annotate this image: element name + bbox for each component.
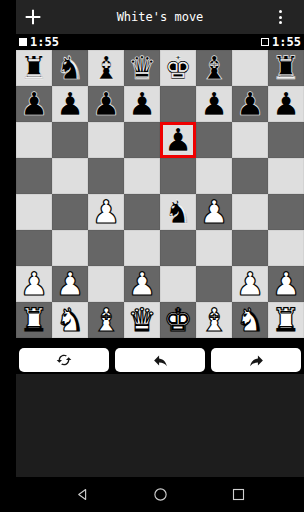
android-nav-bar (16, 477, 304, 512)
black-rook[interactable]: ♜ (20, 50, 49, 86)
square-c4[interactable]: ♟ (88, 194, 124, 230)
black-clock-indicator-icon (261, 38, 269, 46)
square-c2[interactable] (88, 266, 124, 302)
square-g8[interactable] (232, 50, 268, 86)
overflow-menu-button[interactable] (272, 0, 288, 34)
square-g1[interactable]: ♞ (232, 302, 268, 338)
white-pawn[interactable]: ♟ (92, 194, 121, 230)
square-a7[interactable]: ♟ (16, 86, 52, 122)
square-e5[interactable] (160, 158, 196, 194)
page-title: White's move (16, 10, 304, 24)
square-f8[interactable]: ♝ (196, 50, 232, 86)
square-d3[interactable] (124, 230, 160, 266)
white-pawn[interactable]: ♟ (236, 266, 265, 302)
back-icon[interactable] (75, 487, 90, 502)
white-pawn[interactable]: ♟ (200, 194, 229, 230)
square-e8[interactable]: ♚ (160, 50, 196, 86)
square-c8[interactable]: ♝ (88, 50, 124, 86)
square-f2[interactable] (196, 266, 232, 302)
black-pawn[interactable]: ♟ (20, 86, 49, 122)
move-list-panel (16, 374, 304, 477)
square-g6[interactable] (232, 122, 268, 158)
square-b3[interactable] (52, 230, 88, 266)
square-e2[interactable] (160, 266, 196, 302)
black-pawn[interactable]: ♟ (128, 86, 157, 122)
square-h4[interactable] (268, 194, 304, 230)
square-d4[interactable] (124, 194, 160, 230)
square-h7[interactable]: ♟ (268, 86, 304, 122)
square-b4[interactable] (52, 194, 88, 230)
square-a8[interactable]: ♜ (16, 50, 52, 86)
square-f7[interactable]: ♟ (196, 86, 232, 122)
white-king[interactable]: ♚ (164, 302, 193, 338)
chess-board: ♜♞♝♛♚♝♜♟♟♟♟♟♟♟♟♟♞♟♟♟♟♟♟♜♞♝♛♚♝♞♜ (16, 50, 304, 338)
square-g5[interactable] (232, 158, 268, 194)
redo-button[interactable] (211, 348, 301, 372)
square-h2[interactable]: ♟ (268, 266, 304, 302)
black-pawn[interactable]: ♟ (200, 86, 229, 122)
black-knight[interactable]: ♞ (164, 194, 193, 230)
black-pawn[interactable]: ♟ (272, 86, 301, 122)
square-c7[interactable]: ♟ (88, 86, 124, 122)
square-a5[interactable] (16, 158, 52, 194)
white-bishop[interactable]: ♝ (200, 302, 229, 338)
square-e1[interactable]: ♚ (160, 302, 196, 338)
redo-arrow-icon (248, 352, 265, 369)
square-d5[interactable] (124, 158, 160, 194)
white-pawn[interactable]: ♟ (20, 266, 49, 302)
square-c6[interactable] (88, 122, 124, 158)
black-king[interactable]: ♚ (164, 50, 193, 86)
square-c1[interactable]: ♝ (88, 302, 124, 338)
dot-icon (279, 16, 282, 19)
black-clock: 1:55 (261, 35, 301, 49)
undo-button[interactable] (115, 348, 205, 372)
sync-icon (56, 352, 72, 368)
black-pawn[interactable]: ♟ (92, 86, 121, 122)
clock-bar: 1:55 1:55 (16, 34, 304, 50)
square-h6[interactable] (268, 122, 304, 158)
white-clock: 1:55 (19, 35, 59, 49)
home-icon[interactable] (153, 487, 168, 502)
square-f1[interactable]: ♝ (196, 302, 232, 338)
square-h5[interactable] (268, 158, 304, 194)
white-rook[interactable]: ♜ (20, 302, 49, 338)
black-pawn[interactable]: ♟ (164, 122, 193, 158)
white-clock-time: 1:55 (30, 35, 59, 49)
square-d2[interactable]: ♟ (124, 266, 160, 302)
white-pawn[interactable]: ♟ (56, 266, 85, 302)
square-c3[interactable] (88, 230, 124, 266)
square-e3[interactable] (160, 230, 196, 266)
square-a3[interactable] (16, 230, 52, 266)
square-a6[interactable] (16, 122, 52, 158)
square-h8[interactable]: ♜ (268, 50, 304, 86)
square-e7[interactable] (160, 86, 196, 122)
square-e6[interactable]: ♟ (160, 122, 196, 158)
square-h3[interactable] (268, 230, 304, 266)
square-g7[interactable]: ♟ (232, 86, 268, 122)
black-clock-time: 1:55 (272, 35, 301, 49)
square-d8[interactable]: ♛ (124, 50, 160, 86)
white-bishop[interactable]: ♝ (92, 302, 121, 338)
square-g4[interactable] (232, 194, 268, 230)
controls-bar (16, 338, 304, 374)
square-b5[interactable] (52, 158, 88, 194)
white-knight[interactable]: ♞ (236, 302, 265, 338)
white-clock-indicator-icon (19, 38, 27, 46)
square-h1[interactable]: ♜ (268, 302, 304, 338)
black-pawn[interactable]: ♟ (56, 86, 85, 122)
square-a1[interactable]: ♜ (16, 302, 52, 338)
square-e4[interactable]: ♞ (160, 194, 196, 230)
square-g2[interactable]: ♟ (232, 266, 268, 302)
square-f3[interactable] (196, 230, 232, 266)
square-f5[interactable] (196, 158, 232, 194)
square-g3[interactable] (232, 230, 268, 266)
app-screen: White's move 1:55 1:55 ♜♞♝♛♚♝♜♟♟♟♟♟♟♟♟♟♞… (16, 0, 304, 512)
black-queen[interactable]: ♛ (128, 50, 157, 86)
square-f6[interactable] (196, 122, 232, 158)
undo-arrow-icon (152, 352, 169, 369)
dot-icon (279, 10, 282, 13)
square-b6[interactable] (52, 122, 88, 158)
square-b7[interactable]: ♟ (52, 86, 88, 122)
white-pawn[interactable]: ♟ (272, 266, 301, 302)
black-knight[interactable]: ♞ (56, 50, 85, 86)
square-b8[interactable]: ♞ (52, 50, 88, 86)
black-rook[interactable]: ♜ (272, 50, 301, 86)
recents-icon[interactable] (231, 487, 246, 502)
square-d1[interactable]: ♛ (124, 302, 160, 338)
black-bishop[interactable]: ♝ (200, 50, 229, 86)
square-d7[interactable]: ♟ (124, 86, 160, 122)
flip-board-button[interactable] (19, 348, 109, 372)
white-queen[interactable]: ♛ (128, 302, 157, 338)
square-b1[interactable]: ♞ (52, 302, 88, 338)
black-pawn[interactable]: ♟ (236, 86, 265, 122)
square-c5[interactable] (88, 158, 124, 194)
black-bishop[interactable]: ♝ (92, 50, 121, 86)
square-d6[interactable] (124, 122, 160, 158)
square-b2[interactable]: ♟ (52, 266, 88, 302)
white-rook[interactable]: ♜ (272, 302, 301, 338)
square-a4[interactable] (16, 194, 52, 230)
square-f4[interactable]: ♟ (196, 194, 232, 230)
white-pawn[interactable]: ♟ (128, 266, 157, 302)
app-toolbar: White's move (16, 0, 304, 34)
dot-icon (279, 21, 282, 24)
square-a2[interactable]: ♟ (16, 266, 52, 302)
white-knight[interactable]: ♞ (56, 302, 85, 338)
